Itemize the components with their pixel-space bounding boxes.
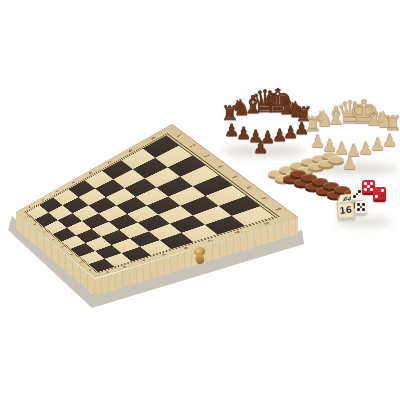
coord-label-6: 6 <box>69 253 74 255</box>
coord-label-3: 3 <box>42 231 46 234</box>
light-checker-disc <box>328 156 344 163</box>
die-pip <box>364 188 366 190</box>
die-pip <box>356 193 358 195</box>
coord-label-B: B <box>232 231 241 235</box>
coord-label-F: F <box>140 260 146 263</box>
coord-label-1: 1 <box>24 216 28 219</box>
red-die-2 <box>373 187 386 202</box>
die-pip <box>357 208 359 210</box>
die-pip <box>370 182 372 184</box>
coord-label-4: 4 <box>216 164 225 168</box>
white-die-5 <box>355 201 367 215</box>
coord-label-5: 5 <box>230 175 239 179</box>
die-pip <box>362 203 364 205</box>
coord-label-7: 7 <box>259 196 268 200</box>
coord-label-1: 1 <box>175 133 183 138</box>
light-pawn: ♟ <box>342 155 357 172</box>
coord-label-8: 8 <box>87 269 92 271</box>
coord-label-D: D <box>182 246 189 249</box>
die-pip <box>364 182 366 184</box>
light-pawn: ♟ <box>382 132 397 149</box>
coord-label-E: E <box>160 253 167 256</box>
coord-label-H: H <box>104 271 110 274</box>
coord-label-G: G <box>122 265 128 268</box>
coord-label-7: 7 <box>78 261 83 263</box>
coord-label-6: 6 <box>244 186 253 190</box>
coord-label-A: A <box>261 222 271 226</box>
dark-pawn: ♟ <box>253 139 268 156</box>
die-pip <box>362 208 364 210</box>
clasp-plate-icon <box>195 254 205 265</box>
brass-clasp <box>190 245 214 271</box>
die-pip <box>357 203 359 205</box>
die-pip <box>367 185 369 187</box>
coord-label-8: 8 <box>273 207 283 211</box>
coord-label-C: C <box>206 239 214 242</box>
coord-label-5: 5 <box>60 246 65 248</box>
product-photo: 12345678 12345678 ABCDEFGH ABCDEFGH ♜♞♝♛… <box>0 0 400 400</box>
die-pip <box>353 195 355 197</box>
coord-label-3: 3 <box>202 154 211 159</box>
die-pip <box>381 189 383 191</box>
coord-label-2: 2 <box>188 144 196 149</box>
coord-label-2: 2 <box>33 223 37 226</box>
coord-label-4: 4 <box>51 238 56 240</box>
doubling-cube-front-face: 16 <box>336 202 355 220</box>
die-pip <box>358 190 360 192</box>
die-pip <box>375 195 377 197</box>
